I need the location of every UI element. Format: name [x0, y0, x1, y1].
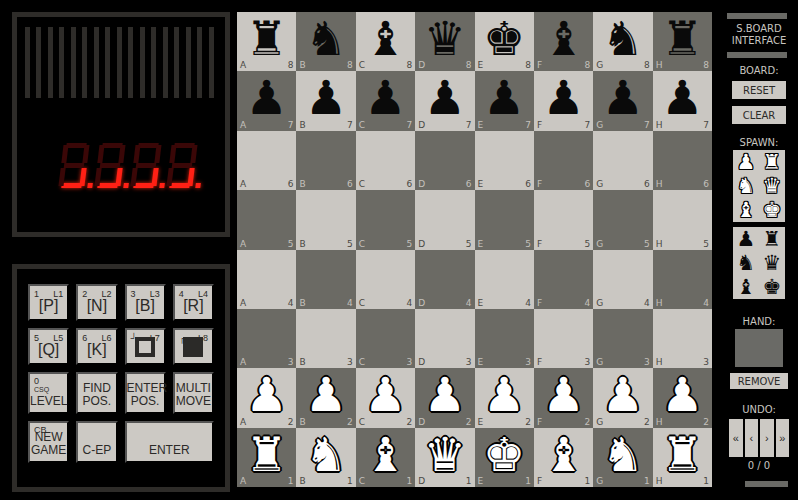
square-c5[interactable]: C5	[356, 190, 415, 249]
spawn-black-king[interactable]: ♚	[759, 275, 785, 299]
key-label: ENTER	[127, 444, 213, 457]
file-label: F	[537, 120, 542, 130]
key-label: FINDPOS.	[78, 382, 115, 408]
rank-label: 7	[288, 120, 294, 130]
undo-controls: «‹›»	[729, 419, 789, 457]
led-segment-dp	[159, 183, 165, 188]
key-find-pos[interactable]: FINDPOS.	[76, 372, 117, 414]
square-c4[interactable]: C4	[356, 250, 415, 309]
square-f3[interactable]: F3	[534, 309, 593, 368]
keypad-panel: 1 L1 [P] 2 L2 [N] 3 L3 [B] 4 L4 [R] 5 L5…	[12, 264, 230, 492]
led-segment-b	[190, 145, 197, 163]
key-label: [Q]	[30, 341, 67, 359]
speaker-grille	[25, 27, 218, 98]
file-label: F	[537, 476, 542, 486]
clear-button[interactable]: CLEAR	[732, 106, 786, 124]
square-a6[interactable]: A6	[237, 131, 296, 190]
square-b2[interactable]: ♟B2	[296, 368, 355, 427]
file-label: A	[240, 239, 246, 249]
undo-one-button[interactable]: ‹	[745, 419, 759, 457]
square-e6[interactable]: E6	[475, 131, 534, 190]
led-segment-b	[118, 145, 125, 163]
spawn-black-bishop[interactable]: ♝	[733, 275, 759, 299]
key-enter-pos[interactable]: ENTERPOS.	[125, 372, 166, 414]
filled-square-icon	[183, 337, 203, 357]
square-h5[interactable]: H5	[653, 190, 712, 249]
key-code: CSQ	[34, 386, 49, 393]
led-segment-d	[169, 183, 190, 188]
square-b8[interactable]: ♞B8	[296, 12, 355, 71]
key-label: LEVEL	[30, 395, 67, 408]
rank-label: 6	[347, 179, 353, 189]
led-digit-4	[166, 143, 198, 188]
file-label: H	[656, 476, 663, 486]
spawn-white-rook[interactable]: ♜	[759, 150, 785, 174]
key-label: [R]	[175, 297, 212, 315]
rank-label: 1	[703, 476, 709, 486]
square-h2[interactable]: ♟H2	[653, 368, 712, 427]
file-label: D	[418, 179, 425, 189]
spawn-black-queen[interactable]: ♛	[759, 251, 785, 275]
square-b4[interactable]: B4	[296, 250, 355, 309]
file-label: A	[240, 298, 246, 308]
file-label: D	[418, 239, 425, 249]
redo-all-button[interactable]: »	[776, 419, 790, 457]
square-a5[interactable]: A5	[237, 190, 296, 249]
key-king[interactable]: 6 L6 [K]	[76, 328, 117, 365]
square-a3[interactable]: A3	[237, 309, 296, 368]
led-display	[58, 143, 198, 188]
square-d1[interactable]: ♛D1	[415, 428, 474, 487]
undo-counter: 0 / 0	[720, 460, 798, 471]
file-label: B	[299, 298, 305, 308]
file-label: B	[299, 179, 305, 189]
file-label: D	[418, 120, 425, 130]
square-h3[interactable]: H3	[653, 309, 712, 368]
rank-label: 4	[466, 298, 472, 308]
rank-label: 1	[466, 476, 472, 486]
spawn-white-knight[interactable]: ♞	[733, 174, 759, 198]
square-d5[interactable]: D5	[415, 190, 474, 249]
rank-label: 7	[703, 120, 709, 130]
file-label: F	[537, 179, 542, 189]
square-f7[interactable]: ♟F7	[534, 71, 593, 130]
key-pawn[interactable]: 1 L1 [P]	[28, 284, 69, 321]
rank-label: 7	[585, 120, 591, 130]
led-digit-3	[130, 143, 162, 188]
square-g4[interactable]: G4	[593, 250, 652, 309]
rank-label: 6	[466, 179, 472, 189]
key-queen[interactable]: 5 L5 [Q]	[28, 328, 69, 365]
led-segment-f	[169, 145, 176, 163]
led-segment-d	[97, 183, 118, 188]
rank-label: 5	[406, 239, 412, 249]
led-segment-dp	[195, 183, 201, 188]
chess-board: ♜A8♞B8♝C8♛D8♚E8♝F8♞G8♜H8♟A7♟B7♟C7♟D7♟E7♟…	[237, 12, 712, 487]
file-label: E	[478, 179, 484, 189]
file-label: C	[359, 298, 365, 308]
key-rook[interactable]: 4 L4 [R]	[173, 284, 214, 321]
square-c8[interactable]: ♝C8	[356, 12, 415, 71]
file-label: H	[656, 120, 663, 130]
rank-label: 4	[347, 298, 353, 308]
rank-label: 1	[406, 476, 412, 486]
rank-label: 6	[644, 179, 650, 189]
square-f5[interactable]: F5	[534, 190, 593, 249]
file-label: B	[299, 120, 305, 130]
square-a7[interactable]: ♟A7	[237, 71, 296, 130]
display-panel	[12, 12, 230, 237]
key-light-square[interactable]: ┘ L7	[125, 328, 166, 365]
led-segment-g	[100, 163, 121, 168]
square-b7[interactable]: ♟B7	[296, 71, 355, 130]
file-label: C	[359, 179, 365, 189]
rank-label: 6	[525, 179, 531, 189]
square-d8[interactable]: ♛D8	[415, 12, 474, 71]
key-label: [K]	[78, 341, 115, 359]
square-c6[interactable]: C6	[356, 131, 415, 190]
rank-label: 4	[288, 298, 294, 308]
rank-label: 7	[466, 120, 472, 130]
square-f8[interactable]: ♝F8	[534, 12, 593, 71]
file-label: E	[478, 476, 484, 486]
led-segment-d	[133, 183, 154, 188]
led-segment-f	[61, 145, 68, 163]
file-label: B	[299, 239, 305, 249]
square-g2[interactable]: ♟G2	[593, 368, 652, 427]
square-d4[interactable]: D4	[415, 250, 474, 309]
square-e4[interactable]: E4	[475, 250, 534, 309]
square-h1[interactable]: ♜H1	[653, 428, 712, 487]
square-g5[interactable]: G5	[593, 190, 652, 249]
square-e7[interactable]: ♟E7	[475, 71, 534, 130]
led-digit-1	[58, 143, 90, 188]
file-label: A	[240, 120, 246, 130]
square-a1[interactable]: ♜A1	[237, 428, 296, 487]
rank-label: 5	[466, 239, 472, 249]
file-label: H	[656, 298, 663, 308]
spawn-white-bishop[interactable]: ♝	[733, 198, 759, 222]
rank-label: 1	[585, 476, 591, 486]
key-label: [P]	[30, 297, 67, 315]
led-segment-f	[97, 145, 104, 163]
key-dark-square[interactable]: ┌ L8	[173, 328, 214, 365]
rank-label: 5	[703, 239, 709, 249]
led-segment-g	[136, 163, 157, 168]
key-label: ENTERPOS.	[127, 382, 164, 408]
square-c3[interactable]: C3	[356, 309, 415, 368]
panel-title-line2: INTERFACE	[720, 35, 798, 46]
key-number: 0	[34, 376, 39, 386]
spawn-black-pawn[interactable]: ♟	[733, 227, 759, 251]
side-panel: S.BOARD INTERFACE BOARD: RESET CLEAR SPA…	[720, 0, 798, 500]
file-label: B	[299, 476, 305, 486]
key-knight[interactable]: 2 L2 [N]	[76, 284, 117, 321]
rank-label: 6	[703, 179, 709, 189]
key-multi-move[interactable]: MULTIMOVE	[173, 372, 214, 414]
square-g6[interactable]: G6	[593, 131, 652, 190]
file-label: A	[240, 179, 246, 189]
square-a2[interactable]: ♟A2	[237, 368, 296, 427]
square-h4[interactable]: H4	[653, 250, 712, 309]
file-label: F	[537, 298, 542, 308]
square-g7[interactable]: ♟G7	[593, 71, 652, 130]
square-a8[interactable]: ♜A8	[237, 12, 296, 71]
rank-label: 6	[288, 179, 294, 189]
file-label: H	[656, 179, 663, 189]
square-d2[interactable]: ♟D2	[415, 368, 474, 427]
rank-label: 4	[703, 298, 709, 308]
square-b3[interactable]: B3	[296, 309, 355, 368]
reset-button[interactable]: RESET	[732, 81, 786, 99]
square-f6[interactable]: F6	[534, 131, 593, 190]
square-h6[interactable]: H6	[653, 131, 712, 190]
rank-label: 1	[347, 476, 353, 486]
led-segment-dp	[87, 183, 93, 188]
rank-label: 4	[644, 298, 650, 308]
square-d6[interactable]: D6	[415, 131, 474, 190]
spawn-black-tray: ♟♜♞♛♝♚	[733, 227, 785, 299]
file-label: A	[240, 476, 246, 486]
undo-all-button[interactable]: «	[729, 419, 743, 457]
file-label: C	[359, 476, 365, 486]
rank-label: 4	[406, 298, 412, 308]
rank-label: 4	[585, 298, 591, 308]
spawn-black-rook[interactable]: ♜	[759, 227, 785, 251]
square-b5[interactable]: B5	[296, 190, 355, 249]
rank-label: 7	[525, 120, 531, 130]
hand-slot[interactable]	[735, 329, 783, 367]
file-label: E	[478, 239, 484, 249]
file-label: E	[478, 298, 484, 308]
hand-section-label: HAND:	[720, 316, 798, 327]
spawn-white-king[interactable]: ♚	[759, 198, 785, 222]
square-b1[interactable]: ♞B1	[296, 428, 355, 487]
panel-title-line1: S.BOARD	[720, 23, 798, 34]
undo-section-label: UNDO:	[720, 404, 798, 415]
file-label: G	[596, 179, 603, 189]
square-c2[interactable]: ♟C2	[356, 368, 415, 427]
square-b6[interactable]: B6	[296, 131, 355, 190]
key-bishop[interactable]: 3 L3 [B]	[125, 284, 166, 321]
rank-label: 1	[644, 476, 650, 486]
key-c-ep[interactable]: C-EP	[76, 421, 117, 463]
led-digit-2	[94, 143, 126, 188]
rank-label: 5	[644, 239, 650, 249]
square-h7[interactable]: ♟H7	[653, 71, 712, 130]
key-label: C-EP	[78, 444, 115, 457]
spawn-white-tray: ♟♜♞♛♝♚	[733, 150, 785, 222]
rank-label: 5	[525, 239, 531, 249]
square-a4[interactable]: A4	[237, 250, 296, 309]
file-label: D	[418, 476, 425, 486]
square-e5[interactable]: E5	[475, 190, 534, 249]
square-g1[interactable]: ♞G1	[593, 428, 652, 487]
square-e8[interactable]: ♚E8	[475, 12, 534, 71]
divider	[745, 481, 788, 487]
file-label: H	[656, 239, 663, 249]
key-label: MULTIMOVE	[175, 382, 212, 408]
file-label: G	[596, 120, 603, 130]
divider	[727, 52, 787, 58]
led-segment-dp	[123, 183, 129, 188]
board-section-label: BOARD:	[720, 65, 798, 76]
square-e1[interactable]: ♚E1	[475, 428, 534, 487]
rank-label: 6	[406, 179, 412, 189]
square-e3[interactable]: E3	[475, 309, 534, 368]
rank-label: 5	[288, 239, 294, 249]
file-label: C	[359, 120, 365, 130]
square-f2[interactable]: ♟F2	[534, 368, 593, 427]
key-enter[interactable]: ENTER	[125, 421, 215, 463]
square-g8[interactable]: ♞G8	[593, 12, 652, 71]
file-label: G	[596, 298, 603, 308]
rank-label: 6	[585, 179, 591, 189]
led-segment-g	[172, 163, 193, 168]
key-level[interactable]: 0 CSQ LEVEL	[28, 372, 69, 414]
file-label: C	[359, 239, 365, 249]
key-label: [N]	[78, 297, 115, 315]
file-label: D	[418, 298, 425, 308]
square-d7[interactable]: ♟D7	[415, 71, 474, 130]
open-square-icon	[135, 337, 155, 357]
keypad: 1 L1 [P] 2 L2 [N] 3 L3 [B] 4 L4 [R] 5 L5…	[17, 269, 225, 487]
led-segment-d	[61, 183, 82, 188]
remove-button[interactable]: REMOVE	[730, 373, 788, 389]
rank-label: 7	[347, 120, 353, 130]
spawn-black-knight[interactable]: ♞	[733, 251, 759, 275]
square-f4[interactable]: F4	[534, 250, 593, 309]
square-h8[interactable]: ♜H8	[653, 12, 712, 71]
rank-label: 5	[347, 239, 353, 249]
square-f1[interactable]: ♝F1	[534, 428, 593, 487]
file-label: G	[596, 476, 603, 486]
rank-label: 1	[525, 476, 531, 486]
key-label: NEWGAME	[30, 431, 67, 457]
key-new-game[interactable]: CB NEWGAME	[28, 421, 69, 463]
square-c7[interactable]: ♟C7	[356, 71, 415, 130]
file-label: E	[478, 120, 484, 130]
rank-label: 1	[288, 476, 294, 486]
key-label: [B]	[127, 297, 164, 315]
divider	[727, 13, 787, 19]
rank-label: 7	[644, 120, 650, 130]
spawn-white-pawn[interactable]: ♟	[733, 150, 759, 174]
rank-label: 7	[406, 120, 412, 130]
spawn-section-label: SPAWN:	[720, 137, 798, 148]
led-segment-b	[82, 145, 89, 163]
redo-one-button[interactable]: ›	[760, 419, 774, 457]
rank-label: 4	[525, 298, 531, 308]
spawn-white-queen[interactable]: ♛	[759, 174, 785, 198]
led-segment-b	[154, 145, 161, 163]
square-e2[interactable]: ♟E2	[475, 368, 534, 427]
rank-label: 5	[585, 239, 591, 249]
led-segment-g	[64, 163, 85, 168]
square-g3[interactable]: G3	[593, 309, 652, 368]
led-segment-f	[133, 145, 140, 163]
file-label: F	[537, 239, 542, 249]
file-label: G	[596, 239, 603, 249]
square-c1[interactable]: ♝C1	[356, 428, 415, 487]
square-d3[interactable]: D3	[415, 309, 474, 368]
